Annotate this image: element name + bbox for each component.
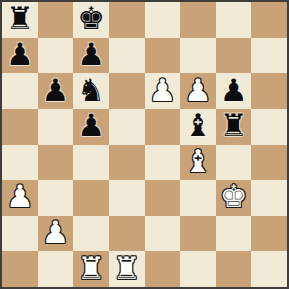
square-c8[interactable]: ♚: [73, 2, 109, 38]
black-rook[interactable]: ♜: [220, 110, 248, 141]
square-d3[interactable]: [109, 180, 145, 216]
white-pawn[interactable]: ♟: [184, 75, 212, 106]
square-g1[interactable]: [216, 251, 252, 287]
square-e1[interactable]: [145, 251, 181, 287]
black-pawn[interactable]: ♟: [42, 75, 70, 106]
square-d2[interactable]: [109, 216, 145, 252]
square-h3[interactable]: [251, 180, 287, 216]
square-h4[interactable]: [251, 145, 287, 181]
square-g6[interactable]: ♟: [216, 73, 252, 109]
square-e2[interactable]: [145, 216, 181, 252]
square-f4[interactable]: ♝: [180, 145, 216, 181]
square-d6[interactable]: [109, 73, 145, 109]
black-pawn[interactable]: ♟: [77, 39, 105, 70]
square-e4[interactable]: [145, 145, 181, 181]
square-h7[interactable]: [251, 38, 287, 74]
black-pawn[interactable]: ♟: [77, 110, 105, 141]
black-knight[interactable]: ♞: [77, 75, 105, 106]
square-a1[interactable]: [2, 251, 38, 287]
square-h8[interactable]: [251, 2, 287, 38]
square-c1[interactable]: ♜: [73, 251, 109, 287]
square-a4[interactable]: [2, 145, 38, 181]
square-f6[interactable]: ♟: [180, 73, 216, 109]
square-f7[interactable]: [180, 38, 216, 74]
black-bishop[interactable]: ♝: [184, 110, 212, 141]
square-a2[interactable]: [2, 216, 38, 252]
white-pawn[interactable]: ♟: [6, 181, 34, 212]
square-d4[interactable]: [109, 145, 145, 181]
square-g8[interactable]: [216, 2, 252, 38]
square-c5[interactable]: ♟: [73, 109, 109, 145]
square-f1[interactable]: [180, 251, 216, 287]
square-a6[interactable]: [2, 73, 38, 109]
square-b3[interactable]: [38, 180, 74, 216]
square-h2[interactable]: [251, 216, 287, 252]
chess-board-container: ♜♚♟♟♟♞♟♟♟♟♝♜♝♟♚♟♜♜: [0, 0, 289, 289]
square-g4[interactable]: [216, 145, 252, 181]
square-f5[interactable]: ♝: [180, 109, 216, 145]
square-f3[interactable]: [180, 180, 216, 216]
square-b2[interactable]: ♟: [38, 216, 74, 252]
chess-board: ♜♚♟♟♟♞♟♟♟♟♝♜♝♟♚♟♜♜: [0, 0, 289, 289]
square-g2[interactable]: [216, 216, 252, 252]
black-king[interactable]: ♚: [77, 3, 105, 34]
black-pawn[interactable]: ♟: [6, 39, 34, 70]
square-e3[interactable]: [145, 180, 181, 216]
square-e7[interactable]: [145, 38, 181, 74]
square-d1[interactable]: ♜: [109, 251, 145, 287]
square-c7[interactable]: ♟: [73, 38, 109, 74]
square-b6[interactable]: ♟: [38, 73, 74, 109]
square-d8[interactable]: [109, 2, 145, 38]
square-c4[interactable]: [73, 145, 109, 181]
square-b7[interactable]: [38, 38, 74, 74]
black-rook[interactable]: ♜: [6, 3, 34, 34]
square-g3[interactable]: ♚: [216, 180, 252, 216]
square-g7[interactable]: [216, 38, 252, 74]
square-h1[interactable]: [251, 251, 287, 287]
square-f2[interactable]: [180, 216, 216, 252]
square-h5[interactable]: [251, 109, 287, 145]
square-c3[interactable]: [73, 180, 109, 216]
square-a8[interactable]: ♜: [2, 2, 38, 38]
square-d7[interactable]: [109, 38, 145, 74]
square-e5[interactable]: [145, 109, 181, 145]
square-b4[interactable]: [38, 145, 74, 181]
square-b1[interactable]: [38, 251, 74, 287]
square-b5[interactable]: [38, 109, 74, 145]
square-c6[interactable]: ♞: [73, 73, 109, 109]
white-pawn[interactable]: ♟: [148, 75, 176, 106]
white-rook[interactable]: ♜: [113, 253, 141, 284]
square-f8[interactable]: [180, 2, 216, 38]
white-pawn[interactable]: ♟: [42, 217, 70, 248]
square-h6[interactable]: [251, 73, 287, 109]
square-b8[interactable]: [38, 2, 74, 38]
square-a7[interactable]: ♟: [2, 38, 38, 74]
square-e8[interactable]: [145, 2, 181, 38]
black-pawn[interactable]: ♟: [220, 75, 248, 106]
white-king[interactable]: ♚: [220, 181, 248, 212]
square-c2[interactable]: [73, 216, 109, 252]
square-g5[interactable]: ♜: [216, 109, 252, 145]
white-rook[interactable]: ♜: [77, 253, 105, 284]
white-bishop[interactable]: ♝: [184, 146, 212, 177]
square-d5[interactable]: [109, 109, 145, 145]
square-e6[interactable]: ♟: [145, 73, 181, 109]
square-a3[interactable]: ♟: [2, 180, 38, 216]
square-a5[interactable]: [2, 109, 38, 145]
